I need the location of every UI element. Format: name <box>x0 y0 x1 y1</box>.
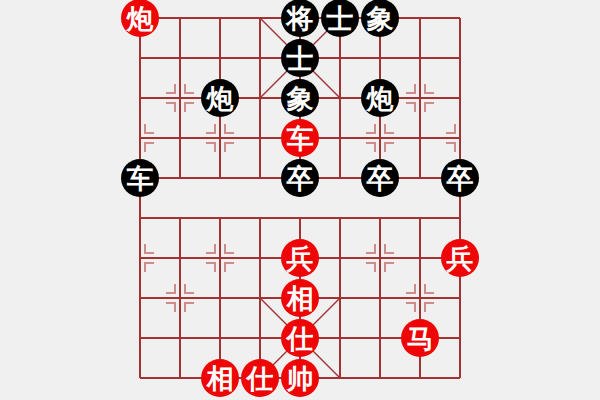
red-soldier-piece[interactable]: 兵 <box>441 239 479 277</box>
black-chariot-piece[interactable]: 车 <box>121 159 159 197</box>
red-advisor-piece[interactable]: 仕 <box>241 359 279 397</box>
point-marker <box>366 124 375 133</box>
red-chariot-piece[interactable]: 车 <box>281 119 319 157</box>
black-cannon-piece[interactable]: 炮 <box>201 79 239 117</box>
point-marker <box>425 103 434 112</box>
point-marker <box>185 303 194 312</box>
point-marker <box>385 244 394 253</box>
point-marker <box>406 103 415 112</box>
point-marker <box>406 303 415 312</box>
red-advisor-piece[interactable]: 仕 <box>281 319 319 357</box>
point-marker <box>225 263 234 272</box>
point-marker <box>185 284 194 293</box>
point-marker <box>185 103 194 112</box>
point-marker <box>446 124 455 133</box>
point-marker <box>425 84 434 93</box>
point-marker <box>406 84 415 93</box>
point-marker <box>446 143 455 152</box>
point-marker <box>166 303 175 312</box>
point-marker <box>166 84 175 93</box>
point-marker <box>145 263 154 272</box>
point-marker <box>206 244 215 253</box>
red-elephant-piece[interactable]: 相 <box>281 279 319 317</box>
point-marker <box>206 143 215 152</box>
black-advisor-piece[interactable]: 士 <box>281 39 319 77</box>
point-marker <box>145 124 154 133</box>
point-marker <box>206 124 215 133</box>
point-marker <box>366 244 375 253</box>
point-marker <box>206 263 215 272</box>
point-marker <box>385 143 394 152</box>
black-soldier-piece[interactable]: 卒 <box>361 159 399 197</box>
point-marker <box>166 284 175 293</box>
black-soldier-piece[interactable]: 卒 <box>441 159 479 197</box>
red-king-piece[interactable]: 帅 <box>281 359 319 397</box>
point-marker <box>166 103 175 112</box>
red-elephant-piece[interactable]: 相 <box>201 359 239 397</box>
black-elephant-piece[interactable]: 象 <box>281 79 319 117</box>
black-advisor-piece[interactable]: 士 <box>321 0 359 37</box>
point-marker <box>145 143 154 152</box>
point-marker <box>185 84 194 93</box>
black-cannon-piece[interactable]: 炮 <box>361 79 399 117</box>
black-elephant-piece[interactable]: 象 <box>361 0 399 37</box>
point-marker <box>406 284 415 293</box>
point-marker <box>425 284 434 293</box>
xiangqi-board: 炮将士象士炮象炮车车卒卒卒兵兵相仕马相仕帅 <box>0 0 600 400</box>
point-marker <box>385 263 394 272</box>
red-horse-piece[interactable]: 马 <box>401 319 439 357</box>
xiangqi-diagram: 炮将士象士炮象炮车车卒卒卒兵兵相仕马相仕帅 <box>0 0 600 400</box>
point-marker <box>385 124 394 133</box>
point-marker <box>145 244 154 253</box>
point-marker <box>366 263 375 272</box>
point-marker <box>225 244 234 253</box>
point-marker <box>366 143 375 152</box>
red-cannon-piece[interactable]: 炮 <box>121 0 159 37</box>
point-marker <box>225 124 234 133</box>
black-king-piece[interactable]: 将 <box>281 0 319 37</box>
red-soldier-piece[interactable]: 兵 <box>281 239 319 277</box>
point-marker <box>425 303 434 312</box>
point-marker <box>225 143 234 152</box>
black-soldier-piece[interactable]: 卒 <box>281 159 319 197</box>
